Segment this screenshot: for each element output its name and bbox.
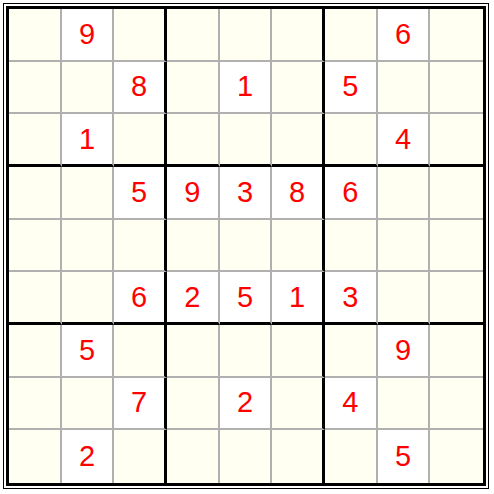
cell-r5c3[interactable] bbox=[114, 220, 167, 273]
cell-r3c2[interactable]: 1 bbox=[62, 114, 115, 167]
cell-r7c9[interactable] bbox=[430, 325, 483, 378]
cell-r9c7[interactable] bbox=[325, 430, 378, 483]
cell-r5c6[interactable] bbox=[272, 220, 325, 273]
cell-r8c8[interactable] bbox=[378, 378, 431, 431]
cell-r1c3[interactable] bbox=[114, 9, 167, 62]
cell-r5c2[interactable] bbox=[62, 220, 115, 273]
cell-r3c5[interactable] bbox=[220, 114, 273, 167]
cell-r2c3[interactable]: 8 bbox=[114, 62, 167, 115]
cell-r1c2[interactable]: 9 bbox=[62, 9, 115, 62]
cell-r5c1[interactable] bbox=[9, 220, 62, 273]
cell-r2c9[interactable] bbox=[430, 62, 483, 115]
cell-r1c9[interactable] bbox=[430, 9, 483, 62]
cell-r9c2[interactable]: 2 bbox=[62, 430, 115, 483]
cell-r8c7[interactable]: 4 bbox=[325, 378, 378, 431]
cell-r9c1[interactable] bbox=[9, 430, 62, 483]
cell-r8c9[interactable] bbox=[430, 378, 483, 431]
cell-r3c3[interactable] bbox=[114, 114, 167, 167]
cell-r1c6[interactable] bbox=[272, 9, 325, 62]
cell-r7c7[interactable] bbox=[325, 325, 378, 378]
cell-r1c4[interactable] bbox=[167, 9, 220, 62]
cell-r7c1[interactable] bbox=[9, 325, 62, 378]
cell-r2c8[interactable] bbox=[378, 62, 431, 115]
cell-r7c3[interactable] bbox=[114, 325, 167, 378]
cell-r6c7[interactable]: 3 bbox=[325, 272, 378, 325]
cell-r2c6[interactable] bbox=[272, 62, 325, 115]
cell-r9c4[interactable] bbox=[167, 430, 220, 483]
cell-r3c1[interactable] bbox=[9, 114, 62, 167]
cell-r8c2[interactable] bbox=[62, 378, 115, 431]
cell-r8c1[interactable] bbox=[9, 378, 62, 431]
cell-r2c2[interactable] bbox=[62, 62, 115, 115]
cell-r2c1[interactable] bbox=[9, 62, 62, 115]
cell-r9c6[interactable] bbox=[272, 430, 325, 483]
cell-r6c1[interactable] bbox=[9, 272, 62, 325]
cell-r2c5[interactable]: 1 bbox=[220, 62, 273, 115]
cell-r3c4[interactable] bbox=[167, 114, 220, 167]
cell-r4c9[interactable] bbox=[430, 167, 483, 220]
cell-r4c2[interactable] bbox=[62, 167, 115, 220]
cell-r4c5[interactable]: 3 bbox=[220, 167, 273, 220]
cell-r3c9[interactable] bbox=[430, 114, 483, 167]
cell-r6c9[interactable] bbox=[430, 272, 483, 325]
cell-r6c8[interactable] bbox=[378, 272, 431, 325]
cell-r5c4[interactable] bbox=[167, 220, 220, 273]
cell-r9c9[interactable] bbox=[430, 430, 483, 483]
cell-r8c4[interactable] bbox=[167, 378, 220, 431]
cell-r3c6[interactable] bbox=[272, 114, 325, 167]
cell-r2c7[interactable]: 5 bbox=[325, 62, 378, 115]
cell-r5c5[interactable] bbox=[220, 220, 273, 273]
cell-r2c4[interactable] bbox=[167, 62, 220, 115]
cell-r5c8[interactable] bbox=[378, 220, 431, 273]
cell-r8c6[interactable] bbox=[272, 378, 325, 431]
cell-r6c4[interactable]: 2 bbox=[167, 272, 220, 325]
cell-r4c3[interactable]: 5 bbox=[114, 167, 167, 220]
cell-r1c8[interactable]: 6 bbox=[378, 9, 431, 62]
cell-r9c3[interactable] bbox=[114, 430, 167, 483]
cell-r6c5[interactable]: 5 bbox=[220, 272, 273, 325]
cell-r5c9[interactable] bbox=[430, 220, 483, 273]
cell-r7c6[interactable] bbox=[272, 325, 325, 378]
cell-r4c7[interactable]: 6 bbox=[325, 167, 378, 220]
cell-r4c1[interactable] bbox=[9, 167, 62, 220]
sudoku-board: 968151459386625135972425 bbox=[6, 6, 486, 486]
cell-r4c4[interactable]: 9 bbox=[167, 167, 220, 220]
cell-r9c8[interactable]: 5 bbox=[378, 430, 431, 483]
cell-r6c2[interactable] bbox=[62, 272, 115, 325]
cell-r7c5[interactable] bbox=[220, 325, 273, 378]
cell-r4c8[interactable] bbox=[378, 167, 431, 220]
cell-r8c5[interactable]: 2 bbox=[220, 378, 273, 431]
cell-r4c6[interactable]: 8 bbox=[272, 167, 325, 220]
sudoku-outer-frame: 968151459386625135972425 bbox=[3, 3, 489, 489]
cell-r5c7[interactable] bbox=[325, 220, 378, 273]
cell-r1c5[interactable] bbox=[220, 9, 273, 62]
cell-r7c2[interactable]: 5 bbox=[62, 325, 115, 378]
cell-r6c3[interactable]: 6 bbox=[114, 272, 167, 325]
cell-r1c1[interactable] bbox=[9, 9, 62, 62]
cell-r9c5[interactable] bbox=[220, 430, 273, 483]
cell-r3c8[interactable]: 4 bbox=[378, 114, 431, 167]
cell-r6c6[interactable]: 1 bbox=[272, 272, 325, 325]
cell-r3c7[interactable] bbox=[325, 114, 378, 167]
cell-r7c4[interactable] bbox=[167, 325, 220, 378]
cell-r8c3[interactable]: 7 bbox=[114, 378, 167, 431]
cell-r1c7[interactable] bbox=[325, 9, 378, 62]
cell-r7c8[interactable]: 9 bbox=[378, 325, 431, 378]
